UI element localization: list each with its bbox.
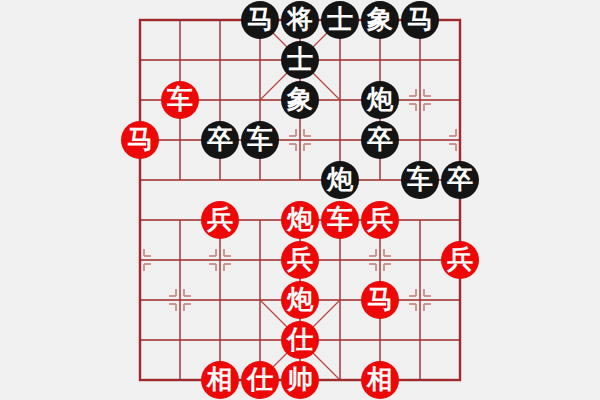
intersection-7-2[interactable] (400, 80, 440, 120)
intersection-0-2[interactable] (120, 80, 160, 120)
intersection-7-5[interactable] (400, 200, 440, 240)
intersection-5-5[interactable]: 车 (320, 200, 360, 240)
intersection-5-6[interactable] (320, 240, 360, 280)
intersection-4-4[interactable] (280, 160, 320, 200)
intersection-0-1[interactable] (120, 40, 160, 80)
piece-red-cannon[interactable]: 炮 (281, 281, 319, 319)
intersection-8-0[interactable] (440, 0, 480, 40)
intersection-0-3[interactable]: 马 (120, 120, 160, 160)
intersection-6-7[interactable]: 马 (360, 280, 400, 320)
intersection-8-7[interactable] (440, 280, 480, 320)
piece-red-soldier[interactable]: 兵 (201, 201, 239, 239)
piece-black-chariot[interactable]: 车 (241, 121, 279, 159)
piece-red-advisor[interactable]: 仕 (241, 361, 279, 399)
xiangqi-board-screenshot: 马将士象马士车象炮马卒车卒炮车卒兵炮车兵兵兵炮马仕相仕帅相 (0, 0, 600, 400)
intersection-2-8[interactable] (200, 320, 240, 360)
intersection-7-8[interactable] (400, 320, 440, 360)
intersection-6-9[interactable]: 相 (360, 360, 400, 400)
intersection-7-7[interactable] (400, 280, 440, 320)
piece-red-general[interactable]: 帅 (281, 361, 319, 399)
intersection-4-9[interactable]: 帅 (280, 360, 320, 400)
intersection-4-5[interactable]: 炮 (280, 200, 320, 240)
intersection-7-6[interactable] (400, 240, 440, 280)
intersection-5-8[interactable] (320, 320, 360, 360)
intersection-8-6[interactable]: 兵 (440, 240, 480, 280)
intersection-8-5[interactable] (440, 200, 480, 240)
piece-black-soldier[interactable]: 卒 (361, 121, 399, 159)
intersection-5-4[interactable]: 炮 (320, 160, 360, 200)
intersection-2-6[interactable] (200, 240, 240, 280)
intersection-2-7[interactable] (200, 280, 240, 320)
intersection-1-5[interactable] (160, 200, 200, 240)
intersection-0-6[interactable] (120, 240, 160, 280)
piece-black-general[interactable]: 将 (281, 1, 319, 39)
intersection-2-0[interactable] (200, 0, 240, 40)
intersection-6-0[interactable]: 象 (360, 0, 400, 40)
piece-red-soldier[interactable]: 兵 (441, 241, 479, 279)
intersection-4-8[interactable]: 仕 (280, 320, 320, 360)
intersection-6-6[interactable] (360, 240, 400, 280)
intersection-3-4[interactable] (240, 160, 280, 200)
intersection-0-7[interactable] (120, 280, 160, 320)
intersection-4-3[interactable] (280, 120, 320, 160)
piece-black-advisor[interactable]: 士 (281, 41, 319, 79)
piece-red-elephant[interactable]: 相 (361, 361, 399, 399)
intersection-1-1[interactable] (160, 40, 200, 80)
intersection-4-6[interactable]: 兵 (280, 240, 320, 280)
piece-black-cannon[interactable]: 炮 (361, 81, 399, 119)
intersection-1-0[interactable] (160, 0, 200, 40)
intersection-4-2[interactable]: 象 (280, 80, 320, 120)
piece-red-horse[interactable]: 马 (121, 121, 159, 159)
piece-red-cannon[interactable]: 炮 (281, 201, 319, 239)
piece-red-chariot[interactable]: 车 (321, 201, 359, 239)
intersection-3-7[interactable] (240, 280, 280, 320)
intersection-6-2[interactable]: 炮 (360, 80, 400, 120)
intersection-6-3[interactable]: 卒 (360, 120, 400, 160)
piece-red-advisor[interactable]: 仕 (281, 321, 319, 359)
intersection-3-5[interactable] (240, 200, 280, 240)
piece-black-soldier[interactable]: 卒 (441, 161, 479, 199)
piece-black-horse[interactable]: 马 (241, 1, 279, 39)
intersection-3-2[interactable] (240, 80, 280, 120)
intersection-8-4[interactable]: 卒 (440, 160, 480, 200)
intersection-7-9[interactable] (400, 360, 440, 400)
piece-black-elephant[interactable]: 象 (361, 1, 399, 39)
piece-black-soldier[interactable]: 卒 (201, 121, 239, 159)
piece-black-elephant[interactable]: 象 (281, 81, 319, 119)
intersection-1-9[interactable] (160, 360, 200, 400)
intersection-0-5[interactable] (120, 200, 160, 240)
piece-red-elephant[interactable]: 相 (201, 361, 239, 399)
piece-red-horse[interactable]: 马 (361, 281, 399, 319)
intersection-3-1[interactable] (240, 40, 280, 80)
intersection-2-2[interactable] (200, 80, 240, 120)
intersection-3-3[interactable]: 车 (240, 120, 280, 160)
intersection-1-6[interactable] (160, 240, 200, 280)
intersection-5-0[interactable]: 士 (320, 0, 360, 40)
intersection-4-0[interactable]: 将 (280, 0, 320, 40)
piece-red-soldier[interactable]: 兵 (361, 201, 399, 239)
intersection-6-4[interactable] (360, 160, 400, 200)
intersection-6-8[interactable] (360, 320, 400, 360)
intersection-8-1[interactable] (440, 40, 480, 80)
intersection-5-3[interactable] (320, 120, 360, 160)
intersection-5-7[interactable] (320, 280, 360, 320)
piece-black-chariot[interactable]: 车 (401, 161, 439, 199)
intersection-4-7[interactable]: 炮 (280, 280, 320, 320)
intersection-8-2[interactable] (440, 80, 480, 120)
intersection-0-9[interactable] (120, 360, 160, 400)
intersection-2-9[interactable]: 相 (200, 360, 240, 400)
piece-red-chariot[interactable]: 车 (161, 81, 199, 119)
intersection-8-9[interactable] (440, 360, 480, 400)
intersection-1-2[interactable]: 车 (160, 80, 200, 120)
intersection-1-4[interactable] (160, 160, 200, 200)
intersection-3-8[interactable] (240, 320, 280, 360)
intersection-4-1[interactable]: 士 (280, 40, 320, 80)
intersection-0-8[interactable] (120, 320, 160, 360)
piece-black-advisor[interactable]: 士 (321, 1, 359, 39)
intersection-1-8[interactable] (160, 320, 200, 360)
intersection-8-3[interactable] (440, 120, 480, 160)
intersection-8-8[interactable] (440, 320, 480, 360)
intersection-5-2[interactable] (320, 80, 360, 120)
intersection-5-1[interactable] (320, 40, 360, 80)
intersection-6-5[interactable]: 兵 (360, 200, 400, 240)
intersection-0-4[interactable] (120, 160, 160, 200)
intersection-2-1[interactable] (200, 40, 240, 80)
intersection-7-4[interactable]: 车 (400, 160, 440, 200)
intersection-2-3[interactable]: 卒 (200, 120, 240, 160)
piece-black-cannon[interactable]: 炮 (321, 161, 359, 199)
intersection-1-3[interactable] (160, 120, 200, 160)
intersection-7-0[interactable]: 马 (400, 0, 440, 40)
intersection-7-3[interactable] (400, 120, 440, 160)
intersection-6-1[interactable] (360, 40, 400, 80)
intersection-5-9[interactable] (320, 360, 360, 400)
piece-red-soldier[interactable]: 兵 (281, 241, 319, 279)
intersection-2-5[interactable]: 兵 (200, 200, 240, 240)
intersection-2-4[interactable] (200, 160, 240, 200)
intersection-3-0[interactable]: 马 (240, 0, 280, 40)
intersection-0-0[interactable] (120, 0, 160, 40)
board: 马将士象马士车象炮马卒车卒炮车卒兵炮车兵兵兵炮马仕相仕帅相 (120, 0, 480, 400)
intersection-3-9[interactable]: 仕 (240, 360, 280, 400)
piece-black-horse[interactable]: 马 (401, 1, 439, 39)
intersection-1-7[interactable] (160, 280, 200, 320)
intersection-3-6[interactable] (240, 240, 280, 280)
intersection-7-1[interactable] (400, 40, 440, 80)
